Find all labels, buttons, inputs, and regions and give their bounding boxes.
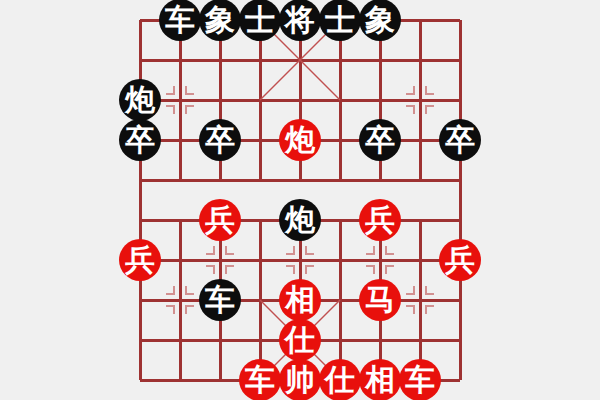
piece-red-chariot[interactable]: 车: [399, 359, 441, 400]
piece-black-advisor[interactable]: 士: [239, 0, 281, 41]
piece-red-advisor[interactable]: 仕: [279, 319, 321, 361]
piece-black-chariot[interactable]: 车: [159, 0, 201, 41]
piece-red-chariot[interactable]: 车: [239, 359, 281, 400]
piece-black-advisor[interactable]: 士: [319, 0, 361, 41]
piece-black-soldier[interactable]: 卒: [119, 119, 161, 161]
piece-black-elephant[interactable]: 象: [199, 0, 241, 41]
piece-red-elephant[interactable]: 相: [279, 279, 321, 321]
piece-black-soldier[interactable]: 卒: [439, 119, 481, 161]
piece-red-soldier[interactable]: 兵: [199, 199, 241, 241]
piece-red-cannon[interactable]: 炮: [279, 119, 321, 161]
piece-red-advisor[interactable]: 仕: [319, 359, 361, 400]
xiangqi-board: 车象士将士象炮卒卒炮卒卒兵炮兵兵兵车相马仕车帅仕相车: [0, 0, 600, 400]
piece-red-soldier[interactable]: 兵: [119, 239, 161, 281]
piece-red-elephant[interactable]: 相: [359, 359, 401, 400]
pieces-grid: 车象士将士象炮卒卒炮卒卒兵炮兵兵兵车相马仕车帅仕相车: [120, 0, 480, 400]
piece-black-chariot[interactable]: 车: [199, 279, 241, 321]
piece-black-cannon[interactable]: 炮: [279, 199, 321, 241]
piece-black-elephant[interactable]: 象: [359, 0, 401, 41]
piece-black-general[interactable]: 将: [279, 0, 321, 41]
piece-red-horse[interactable]: 马: [359, 279, 401, 321]
piece-black-soldier[interactable]: 卒: [359, 119, 401, 161]
piece-red-general[interactable]: 帅: [279, 359, 321, 400]
piece-red-soldier[interactable]: 兵: [359, 199, 401, 241]
piece-black-cannon[interactable]: 炮: [119, 79, 161, 121]
piece-black-soldier[interactable]: 卒: [199, 119, 241, 161]
piece-red-soldier[interactable]: 兵: [439, 239, 481, 281]
